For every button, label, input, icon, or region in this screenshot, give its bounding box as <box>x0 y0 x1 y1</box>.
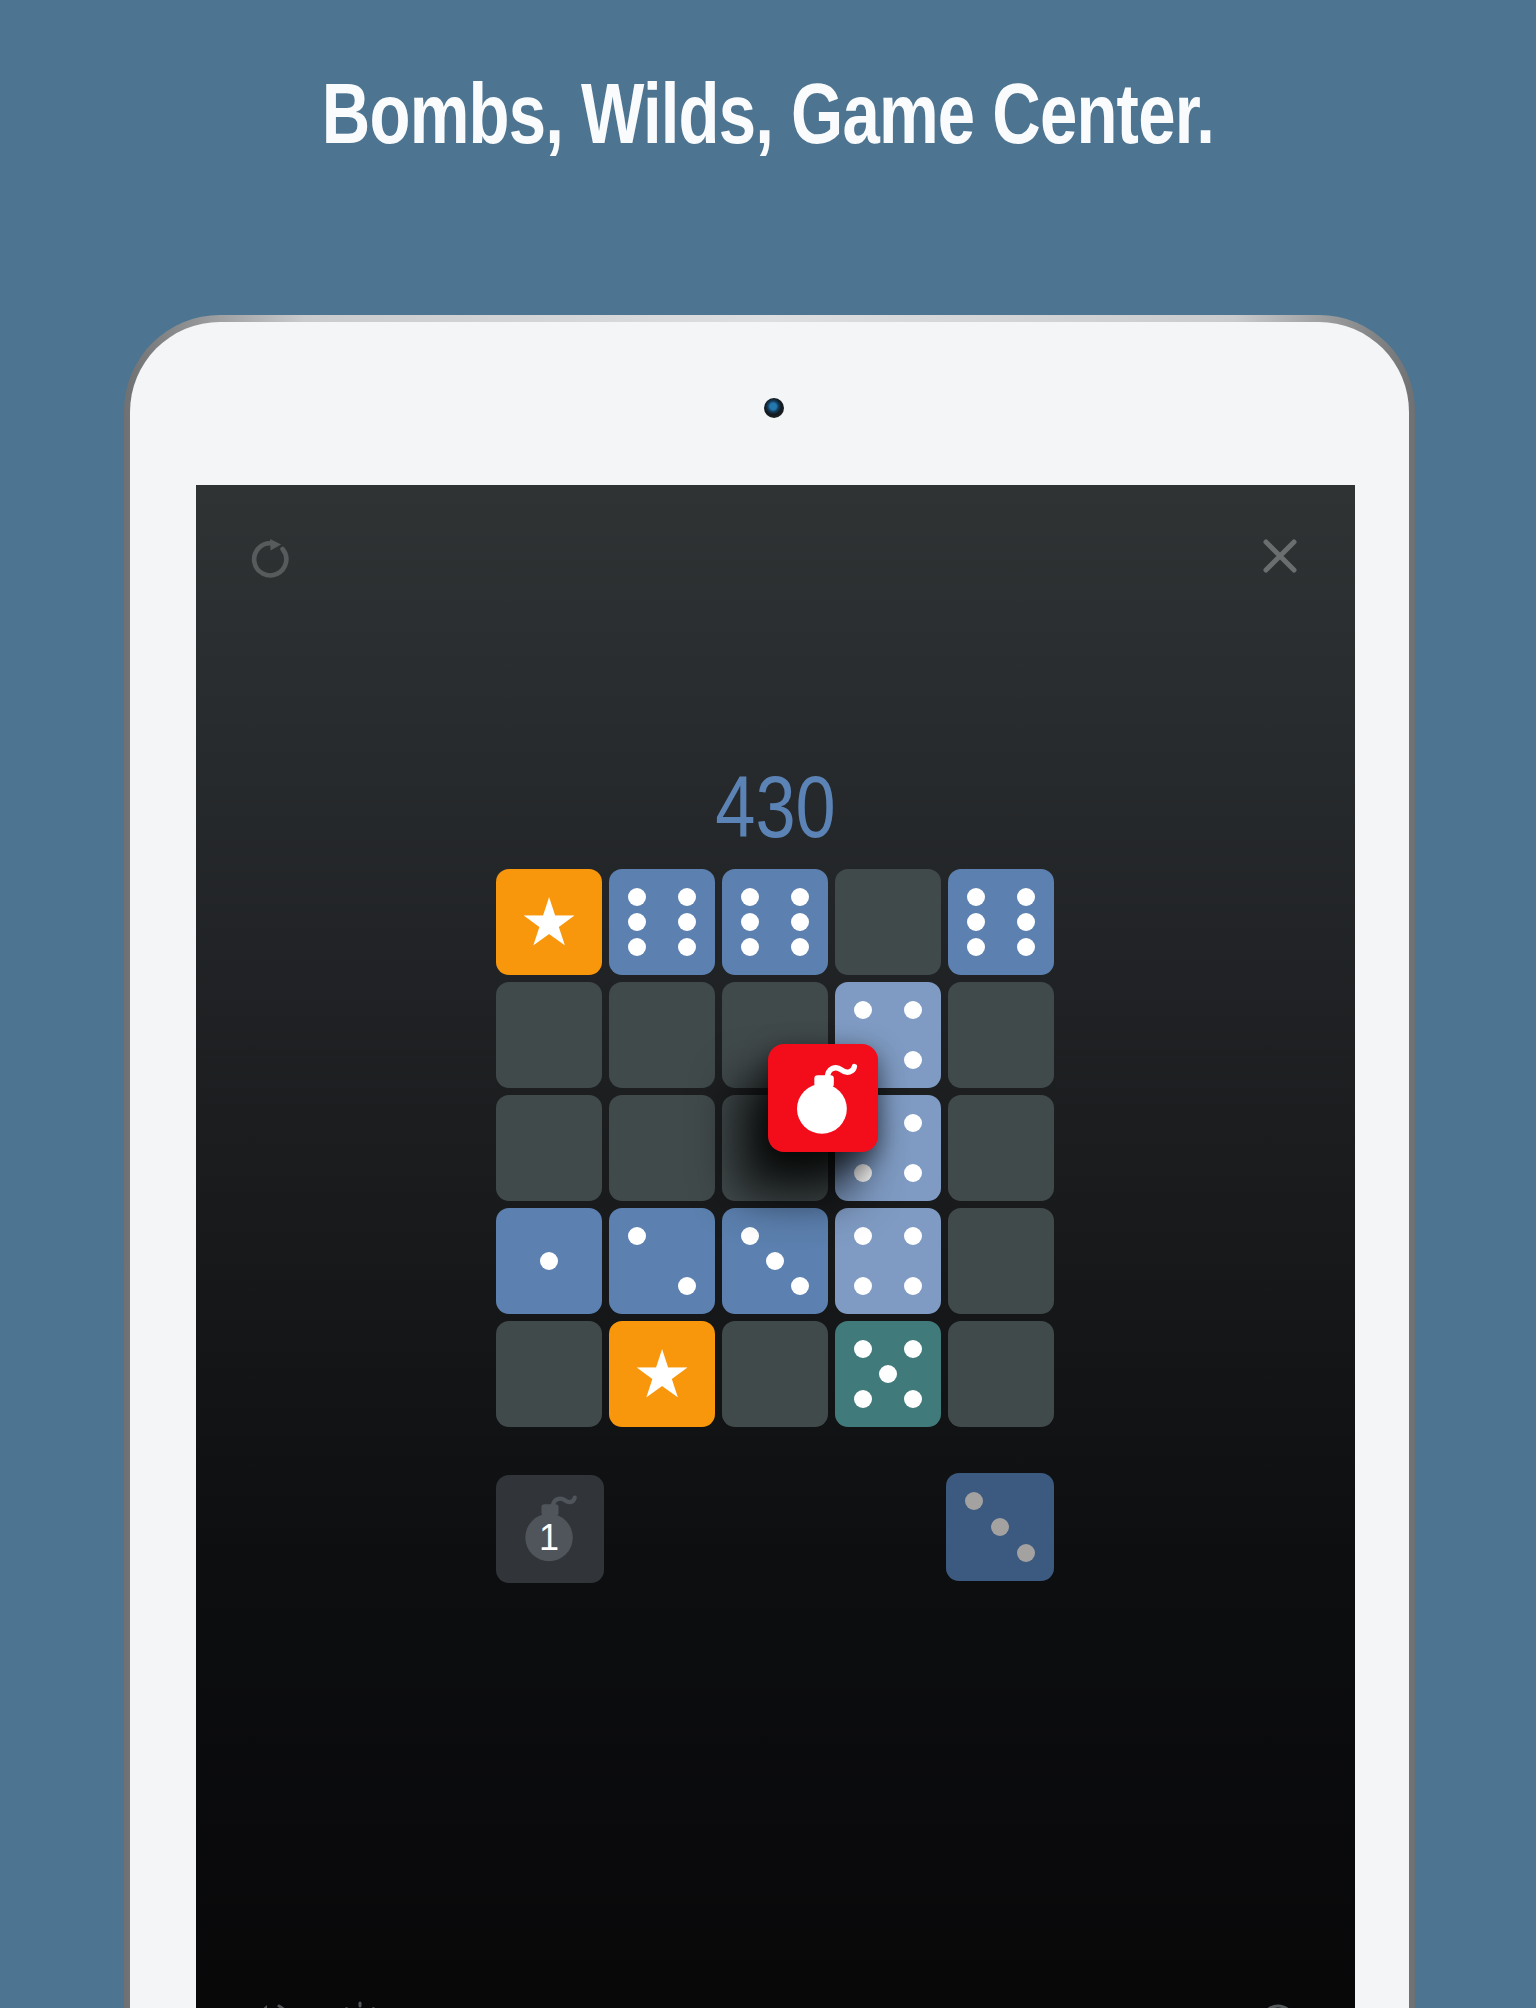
die-tile-r1c3-value-6[interactable] <box>722 869 828 975</box>
die-pip <box>741 1227 759 1245</box>
die-pip <box>854 1340 872 1358</box>
die-pip <box>678 938 696 956</box>
bomb-count-icon: 1 <box>512 1491 588 1567</box>
ipad-bezel: 430 ★★ 1 <box>130 322 1409 2008</box>
tray-next-die[interactable] <box>946 1473 1054 1581</box>
die-tile-r1c2-value-6[interactable] <box>609 869 715 975</box>
die-pip <box>854 1227 872 1245</box>
die-pip <box>628 938 646 956</box>
die-pip <box>628 888 646 906</box>
cell-r1c4 <box>835 869 941 975</box>
star-icon: ★ <box>519 889 578 955</box>
die-tile-r5c4-value-5[interactable] <box>835 1321 941 1427</box>
die-pip <box>904 1390 922 1408</box>
die-pip <box>879 1365 897 1383</box>
wild-tile-r1c1[interactable]: ★ <box>496 869 602 975</box>
brightness-icon[interactable] <box>339 2001 381 2008</box>
close-icon[interactable] <box>1260 536 1300 576</box>
cell-r5c3 <box>722 1321 828 1427</box>
cell-r2c5 <box>948 982 1054 1088</box>
cell-r5c1 <box>496 1321 602 1427</box>
game-screen: 430 ★★ 1 <box>196 485 1355 2008</box>
die-pip <box>741 888 759 906</box>
die-pip <box>904 1114 922 1132</box>
die-pip <box>791 888 809 906</box>
die-tile-r4c3-value-3[interactable] <box>722 1208 828 1314</box>
die-pip <box>967 913 985 931</box>
die-pip <box>791 1277 809 1295</box>
restart-icon[interactable] <box>246 537 290 581</box>
die-tile-r4c2-value-2[interactable] <box>609 1208 715 1314</box>
die-pip <box>904 1340 922 1358</box>
die-pip <box>1017 1544 1035 1562</box>
app-store-screenshot: Bombs, Wilds, Game Center. 430 ★★ <box>0 0 1536 2008</box>
die-pip <box>904 1164 922 1182</box>
die-pip <box>741 938 759 956</box>
cell-r2c1 <box>496 982 602 1088</box>
wild-tile-r5c2[interactable]: ★ <box>609 1321 715 1427</box>
star-icon: ★ <box>632 1341 691 1407</box>
cell-r2c2 <box>609 982 715 1088</box>
help-icon[interactable]: ? <box>1259 2003 1297 2008</box>
cell-r3c5 <box>948 1095 1054 1201</box>
die-pip <box>741 913 759 931</box>
bomb-icon <box>784 1059 862 1137</box>
cell-r3c1 <box>496 1095 602 1201</box>
cell-r4c5 <box>948 1208 1054 1314</box>
die-pip <box>854 1001 872 1019</box>
die-pip <box>1017 888 1035 906</box>
die-pip <box>678 1277 696 1295</box>
die-pip <box>1017 913 1035 931</box>
die-pip <box>904 1051 922 1069</box>
cell-r5c5 <box>948 1321 1054 1427</box>
floating-bomb-tile[interactable] <box>768 1044 878 1152</box>
die-pip <box>628 913 646 931</box>
die-pip <box>791 913 809 931</box>
die-pip <box>991 1518 1009 1536</box>
die-pip <box>628 1227 646 1245</box>
die-pip <box>904 1001 922 1019</box>
die-pip <box>766 1252 784 1270</box>
score-value: 430 <box>300 763 1250 851</box>
die-tile-r4c1-value-1[interactable] <box>496 1208 602 1314</box>
sound-icon[interactable] <box>245 2000 293 2008</box>
caption-title: Bombs, Wilds, Game Center. <box>169 70 1367 156</box>
die-pip <box>854 1277 872 1295</box>
die-pip <box>540 1252 558 1270</box>
die-pip <box>967 888 985 906</box>
die-pip <box>678 913 696 931</box>
ipad-device-frame: 430 ★★ 1 <box>124 315 1415 2008</box>
die-pip <box>1017 938 1035 956</box>
tray-bomb-tile[interactable]: 1 <box>496 1475 604 1583</box>
cell-r3c2 <box>609 1095 715 1201</box>
die-tile-r4c4-value-4[interactable] <box>835 1208 941 1314</box>
die-pip <box>854 1390 872 1408</box>
die-pip <box>791 938 809 956</box>
die-pip <box>904 1277 922 1295</box>
die-pip <box>967 938 985 956</box>
die-pip <box>854 1164 872 1182</box>
bomb-count-label: 1 <box>539 1517 559 1558</box>
camera-icon <box>764 398 784 418</box>
die-pip <box>678 888 696 906</box>
die-pip <box>904 1227 922 1245</box>
die-tile-r1c5-value-6[interactable] <box>948 869 1054 975</box>
die-pip <box>965 1492 983 1510</box>
